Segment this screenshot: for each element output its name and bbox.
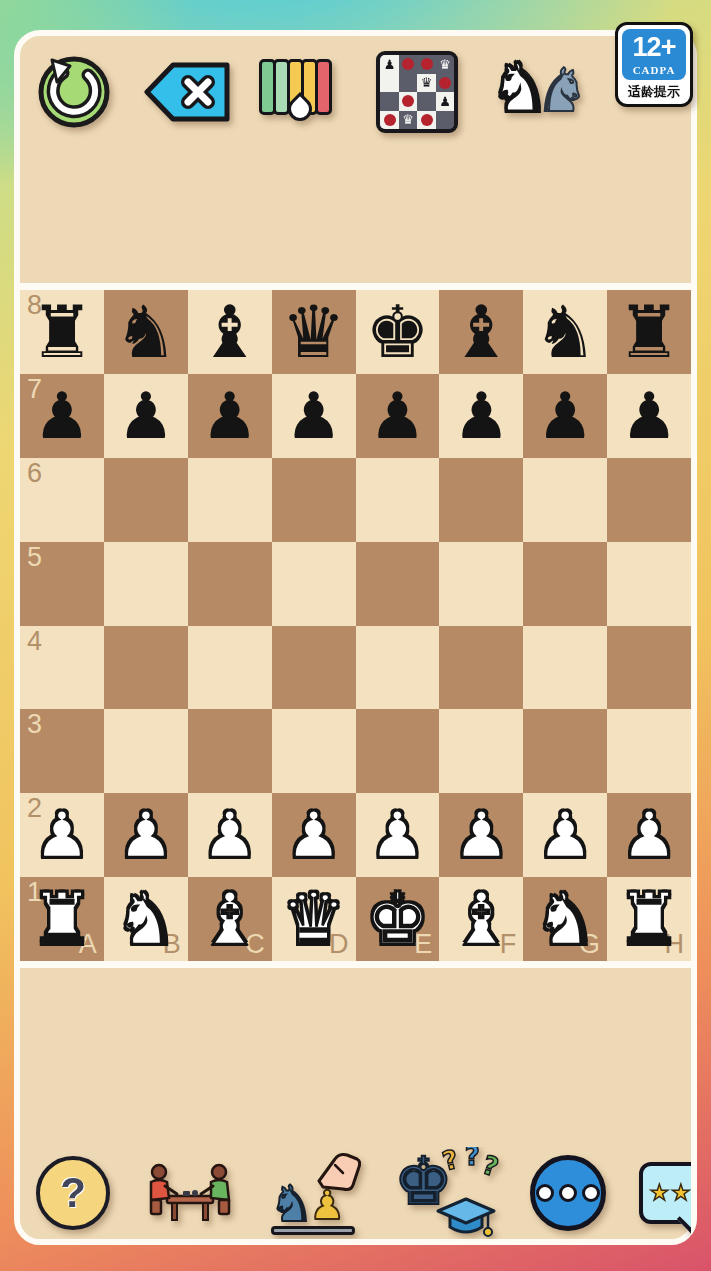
puzzle-cell — [399, 55, 418, 74]
question-mark-blue: ? — [465, 1147, 480, 1171]
square-c6[interactable] — [188, 458, 272, 542]
black-knight-piece: ♞ — [523, 290, 607, 374]
square-c8[interactable]: ♝ — [188, 290, 272, 374]
square-g8[interactable]: ♞ — [523, 290, 607, 374]
chat-dot — [559, 1184, 577, 1202]
square-e7[interactable]: ♟ — [356, 374, 440, 458]
square-a8[interactable]: 8♜ — [20, 290, 104, 374]
square-h5[interactable] — [607, 542, 691, 626]
puzzle-cell: ♛ — [399, 111, 418, 130]
knight-piece-glyph: ♞ — [269, 1179, 314, 1229]
square-b7[interactable]: ♟ — [104, 374, 188, 458]
rank-label-5: 5 — [27, 543, 42, 573]
age-rating-badge: 12+ CADPA 适龄提示 — [615, 22, 693, 107]
puzzle-cell — [399, 92, 418, 111]
top-toolbar: ♟♛♛♟♛ ♞ ♞ 12+ CADPA 适龄提示 — [20, 36, 691, 138]
square-f8[interactable]: ♝ — [439, 290, 523, 374]
question-mark-green: ? — [478, 1149, 502, 1182]
white-bishop-piece: ♝ — [439, 877, 523, 961]
black-pawn-piece: ♟ — [188, 374, 272, 458]
square-b2[interactable]: ♟ — [104, 793, 188, 877]
square-g2[interactable]: ♟ — [523, 793, 607, 877]
bottom-toolbar: ? ♞ ♟ — [20, 1147, 691, 1239]
square-g7[interactable]: ♟ — [523, 374, 607, 458]
square-e2[interactable]: ♟ — [356, 793, 440, 877]
black-pawn-piece: ♟ — [356, 374, 440, 458]
age-rating-caption: 适龄提示 — [622, 83, 686, 101]
square-c3[interactable] — [188, 709, 272, 793]
black-rook-piece: ♜ — [20, 290, 104, 374]
app-panel: ♟♛♛♟♛ ♞ ♞ 12+ CADPA 适龄提示 8♜♞♝♛♚♝♞♜7♟♟♟♟♟… — [14, 30, 697, 1245]
square-g6[interactable] — [523, 458, 607, 542]
age-rating-inner: 12+ CADPA — [622, 29, 686, 80]
rank-label-6: 6 — [27, 459, 42, 489]
black-pawn-piece: ♟ — [523, 374, 607, 458]
white-rook-piece: ♜ — [607, 877, 691, 961]
restart-icon[interactable] — [36, 54, 112, 130]
puzzle-cell — [399, 74, 418, 93]
square-b6[interactable] — [104, 458, 188, 542]
square-h4[interactable] — [607, 626, 691, 710]
knight-front-glyph: ♞ — [489, 54, 550, 122]
square-a4[interactable]: 4 — [20, 626, 104, 710]
square-b3[interactable] — [104, 709, 188, 793]
square-h6[interactable] — [607, 458, 691, 542]
black-queen-piece: ♛ — [272, 290, 356, 374]
square-d4[interactable] — [272, 626, 356, 710]
square-h2[interactable]: ♟ — [607, 793, 691, 877]
bubble-tail-shape — [677, 1205, 691, 1233]
white-bishop-piece: ♝ — [188, 877, 272, 961]
rank-label-4: 4 — [27, 627, 42, 657]
local-multiplayer-icon[interactable] — [143, 1154, 237, 1232]
square-g3[interactable] — [523, 709, 607, 793]
puzzle-cell — [380, 111, 399, 130]
stars-glyph: ★★★ — [649, 1182, 691, 1204]
black-bishop-piece: ♝ — [439, 290, 523, 374]
square-a3[interactable]: 3 — [20, 709, 104, 793]
puzzle-board-icon[interactable]: ♟♛♛♟♛ — [376, 51, 458, 133]
square-d7[interactable]: ♟ — [272, 374, 356, 458]
black-pawn-piece: ♟ — [272, 374, 356, 458]
chess-board-frame: 8♜♞♝♛♚♝♞♜7♟♟♟♟♟♟♟♟65432♟♟♟♟♟♟♟♟1A♜B♞C♝D♛… — [20, 283, 691, 968]
black-knight-piece: ♞ — [104, 290, 188, 374]
white-pawn-piece: ♟ — [439, 793, 523, 877]
square-c5[interactable] — [188, 542, 272, 626]
square-f3[interactable] — [439, 709, 523, 793]
square-h8[interactable]: ♜ — [607, 290, 691, 374]
square-f4[interactable] — [439, 626, 523, 710]
graduation-cap-icon — [436, 1197, 498, 1239]
learn-chess-icon[interactable]: ♚ ? ? ? — [394, 1147, 498, 1239]
black-rook-piece: ♜ — [607, 290, 691, 374]
white-queen-piece: ♛ — [272, 877, 356, 961]
white-king-piece: ♚ — [356, 877, 440, 961]
chess-board: 8♜♞♝♛♚♝♞♜7♟♟♟♟♟♟♟♟65432♟♟♟♟♟♟♟♟1A♜B♞C♝D♛… — [20, 290, 691, 961]
square-g4[interactable] — [523, 626, 607, 710]
puzzle-cell: ♟ — [380, 55, 399, 74]
square-a1[interactable]: 1A♜ — [20, 877, 104, 961]
white-knight-piece: ♞ — [104, 877, 188, 961]
square-e6[interactable] — [356, 458, 440, 542]
chat-dot — [536, 1184, 554, 1202]
square-b1[interactable]: B♞ — [104, 877, 188, 961]
hand-icon — [309, 1151, 361, 1195]
square-c7[interactable]: ♟ — [188, 374, 272, 458]
square-c2[interactable]: ♟ — [188, 793, 272, 877]
square-c4[interactable] — [188, 626, 272, 710]
puzzle-cell: ♛ — [417, 74, 436, 93]
square-f6[interactable] — [439, 458, 523, 542]
square-a5[interactable]: 5 — [20, 542, 104, 626]
square-d8[interactable]: ♛ — [272, 290, 356, 374]
puzzle-cell — [417, 92, 436, 111]
puzzle-cell — [436, 111, 455, 130]
two-knights-icon[interactable]: ♞ ♞ — [487, 52, 587, 132]
square-d5[interactable] — [272, 542, 356, 626]
reviews-icon[interactable]: ★★★ — [639, 1162, 691, 1224]
square-f5[interactable] — [439, 542, 523, 626]
white-pawn-piece: ♟ — [607, 793, 691, 877]
chat-dot — [582, 1184, 600, 1202]
square-f7[interactable]: ♟ — [439, 374, 523, 458]
hint-meter-icon[interactable] — [262, 53, 348, 131]
white-rook-piece: ♜ — [20, 877, 104, 961]
square-g1[interactable]: G♞ — [523, 877, 607, 961]
square-c1[interactable]: C♝ — [188, 877, 272, 961]
square-b8[interactable]: ♞ — [104, 290, 188, 374]
white-knight-piece: ♞ — [523, 877, 607, 961]
white-pawn-piece: ♟ — [188, 793, 272, 877]
question-mark-glyph: ? — [60, 1169, 86, 1217]
board-base-shape — [271, 1226, 355, 1235]
back-delete-icon[interactable] — [141, 56, 233, 128]
square-h1[interactable]: H♜ — [607, 877, 691, 961]
square-e1[interactable]: E♚ — [356, 877, 440, 961]
make-move-icon[interactable]: ♞ ♟ — [269, 1151, 361, 1235]
puzzle-cell: ♛ — [436, 55, 455, 74]
black-pawn-piece: ♟ — [20, 374, 104, 458]
square-e5[interactable] — [356, 542, 440, 626]
help-icon[interactable]: ? — [36, 1156, 110, 1230]
square-a2[interactable]: 2♟ — [20, 793, 104, 877]
puzzle-cell: ♟ — [436, 92, 455, 111]
square-a6[interactable]: 6 — [20, 458, 104, 542]
puzzle-cell — [417, 111, 436, 130]
white-pawn-piece: ♟ — [523, 793, 607, 877]
square-h7[interactable]: ♟ — [607, 374, 691, 458]
square-h3[interactable] — [607, 709, 691, 793]
square-d3[interactable] — [272, 709, 356, 793]
square-f2[interactable]: ♟ — [439, 793, 523, 877]
square-b4[interactable] — [104, 626, 188, 710]
square-e8[interactable]: ♚ — [356, 290, 440, 374]
puzzle-cell — [380, 92, 399, 111]
white-pawn-piece: ♟ — [20, 793, 104, 877]
puzzle-cell — [417, 55, 436, 74]
white-pawn-piece: ♟ — [356, 793, 440, 877]
white-pawn-piece: ♟ — [272, 793, 356, 877]
black-pawn-piece: ♟ — [439, 374, 523, 458]
square-e3[interactable] — [356, 709, 440, 793]
age-rating-value: 12+ — [622, 34, 686, 61]
black-pawn-piece: ♟ — [607, 374, 691, 458]
black-king-piece: ♚ — [356, 290, 440, 374]
puzzle-cell — [436, 74, 455, 93]
square-g5[interactable] — [523, 542, 607, 626]
rank-label-3: 3 — [27, 710, 42, 740]
square-e4[interactable] — [356, 626, 440, 710]
square-d2[interactable]: ♟ — [272, 793, 356, 877]
black-pawn-piece: ♟ — [104, 374, 188, 458]
square-d1[interactable]: D♛ — [272, 877, 356, 961]
square-b5[interactable] — [104, 542, 188, 626]
white-pawn-piece: ♟ — [104, 793, 188, 877]
square-d6[interactable] — [272, 458, 356, 542]
square-f1[interactable]: F♝ — [439, 877, 523, 961]
chat-more-icon[interactable] — [530, 1155, 606, 1231]
square-a7[interactable]: 7♟ — [20, 374, 104, 458]
age-rating-org: CADPA — [622, 64, 686, 76]
black-bishop-piece: ♝ — [188, 290, 272, 374]
puzzle-cell — [380, 74, 399, 93]
